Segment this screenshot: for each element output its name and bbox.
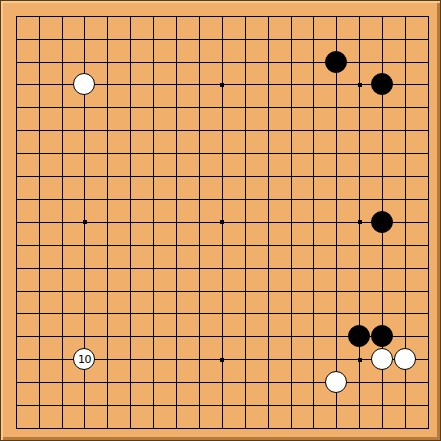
hoshi-point [83, 220, 87, 224]
hoshi-point [220, 220, 224, 224]
move-number-label: 10 [78, 354, 91, 365]
grid-line-horizontal [16, 313, 429, 314]
white-stone [73, 73, 95, 95]
go-board: 10 [0, 0, 441, 441]
grid-line-horizontal [16, 405, 429, 406]
white-stone [325, 371, 347, 393]
grid-line-vertical [245, 16, 246, 429]
hoshi-point [220, 358, 224, 362]
white-stone [394, 348, 416, 370]
black-stone [348, 325, 370, 347]
grid-line-horizontal [16, 268, 429, 269]
grid-line-vertical [268, 16, 269, 429]
black-stone [371, 211, 393, 233]
hoshi-point [220, 83, 224, 87]
grid-line-vertical [313, 16, 314, 429]
grid-line-vertical [428, 16, 429, 429]
black-stone [371, 73, 393, 95]
grid-line-horizontal [16, 291, 429, 292]
grid-line-horizontal [16, 428, 429, 429]
grid-line-horizontal [16, 245, 429, 246]
black-stone [325, 51, 347, 73]
grid-line-vertical [336, 16, 337, 429]
grid-line-horizontal [16, 382, 429, 383]
black-stone [371, 325, 393, 347]
hoshi-point [358, 220, 362, 224]
white-stone [371, 348, 393, 370]
hoshi-point [358, 83, 362, 87]
grid-line-vertical [291, 16, 292, 429]
hoshi-point [358, 358, 362, 362]
white-stone-move-10: 10 [73, 348, 95, 370]
